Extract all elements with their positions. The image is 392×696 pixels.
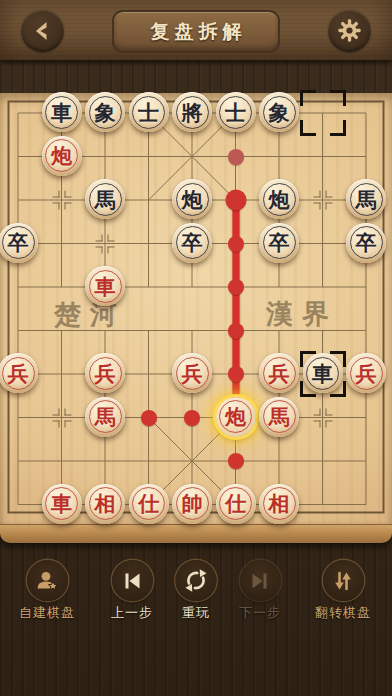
- piece-black-卒[interactable]: 卒: [0, 223, 38, 263]
- flip-board-icon: [330, 568, 356, 594]
- move-hint-dot[interactable]: [228, 366, 244, 382]
- gear-icon: [336, 17, 363, 44]
- piece-red-仕[interactable]: 仕: [129, 484, 169, 524]
- point-marker: [52, 191, 71, 210]
- piece-black-士[interactable]: 士: [129, 92, 169, 132]
- move-hint-dot[interactable]: [228, 236, 244, 252]
- piece-black-卒[interactable]: 卒: [172, 223, 212, 263]
- app-window: 复盘拆解 楚河 漢界: [0, 0, 392, 696]
- next-step-icon: [247, 568, 273, 594]
- move-hint-dot[interactable]: [228, 149, 244, 165]
- piece-red-炮[interactable]: 炮: [216, 397, 256, 437]
- piece-black-象[interactable]: 象: [259, 92, 299, 132]
- xiangqi-board[interactable]: 楚河 漢界 車象士將士象炮馬炮炮馬卒卒卒卒車兵兵兵兵車兵馬炮馬車相仕帥仕相: [0, 93, 392, 542]
- piece-red-炮[interactable]: 炮: [42, 136, 82, 176]
- point-marker: [313, 191, 332, 210]
- piece-black-炮[interactable]: 炮: [172, 179, 212, 219]
- replay-label: 重玩: [176, 604, 217, 622]
- bottom-toolbar: 自建棋盘 上一步 重玩: [0, 560, 392, 630]
- piece-red-兵[interactable]: 兵: [259, 353, 299, 393]
- piece-red-車[interactable]: 車: [85, 266, 125, 306]
- river-label-right: 漢界: [266, 296, 338, 332]
- piece-red-馬[interactable]: 馬: [85, 397, 125, 437]
- move-hint-dot[interactable]: [184, 410, 200, 426]
- piece-red-帥[interactable]: 帥: [172, 484, 212, 524]
- piece-red-相[interactable]: 相: [85, 484, 125, 524]
- user-star-icon: [34, 568, 60, 594]
- piece-red-兵[interactable]: 兵: [346, 353, 386, 393]
- next-step-button[interactable]: 下一步: [239, 560, 281, 622]
- move-path-line: [232, 200, 239, 418]
- piece-black-卒[interactable]: 卒: [259, 223, 299, 263]
- header-bar: 复盘拆解: [0, 0, 392, 61]
- piece-black-將[interactable]: 將: [172, 92, 212, 132]
- piece-black-士[interactable]: 士: [216, 92, 256, 132]
- back-button[interactable]: [21, 9, 64, 52]
- create-board-label: 自建棋盘: [19, 604, 75, 622]
- piece-red-兵[interactable]: 兵: [172, 353, 212, 393]
- flip-board-button[interactable]: 翻转棋盘: [315, 560, 371, 622]
- piece-red-兵[interactable]: 兵: [85, 353, 125, 393]
- piece-black-馬[interactable]: 馬: [346, 179, 386, 219]
- piece-red-車[interactable]: 車: [42, 484, 82, 524]
- board-edge-bevel: [0, 524, 392, 543]
- page-title: 复盘拆解: [146, 19, 247, 45]
- move-hint-dot[interactable]: [141, 410, 157, 426]
- prev-step-label: 上一步: [111, 604, 153, 622]
- point-marker: [52, 408, 71, 427]
- replay-button[interactable]: 重玩: [176, 560, 217, 622]
- back-arrow-icon: [30, 18, 56, 44]
- piece-black-卒[interactable]: 卒: [346, 223, 386, 263]
- prev-step-button[interactable]: 上一步: [111, 560, 153, 622]
- piece-black-象[interactable]: 象: [85, 92, 125, 132]
- settings-button[interactable]: [328, 9, 371, 52]
- point-marker: [96, 234, 115, 253]
- piece-black-車[interactable]: 車: [303, 353, 343, 393]
- replay-icon: [183, 567, 210, 594]
- next-step-label: 下一步: [239, 604, 281, 622]
- piece-red-仕[interactable]: 仕: [216, 484, 256, 524]
- flip-board-label: 翻转棋盘: [315, 604, 371, 622]
- point-marker: [313, 408, 332, 427]
- piece-black-馬[interactable]: 馬: [85, 179, 125, 219]
- piece-black-車[interactable]: 車: [42, 92, 82, 132]
- piece-red-馬[interactable]: 馬: [259, 397, 299, 437]
- move-hint-dot[interactable]: [228, 323, 244, 339]
- create-board-button[interactable]: 自建棋盘: [19, 560, 75, 622]
- piece-red-相[interactable]: 相: [259, 484, 299, 524]
- move-hint-dot[interactable]: [225, 190, 246, 211]
- move-hint-dot[interactable]: [228, 279, 244, 295]
- move-hint-dot[interactable]: [228, 453, 244, 469]
- title-plaque: 复盘拆解: [112, 10, 280, 53]
- prev-step-icon: [119, 568, 145, 594]
- piece-black-炮[interactable]: 炮: [259, 179, 299, 219]
